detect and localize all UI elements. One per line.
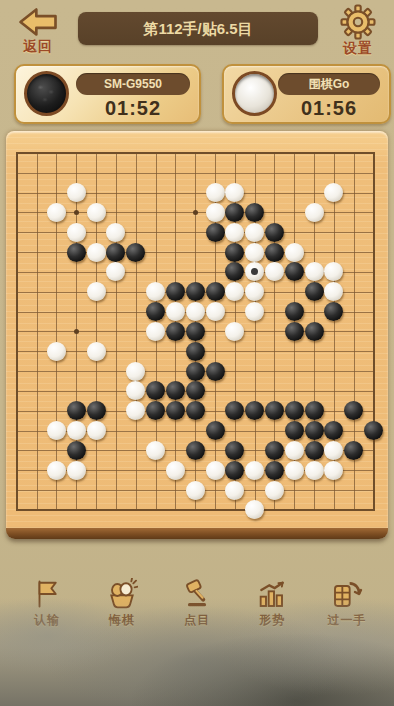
white-stone	[47, 203, 66, 222]
black-stone	[186, 381, 205, 400]
black-stone	[364, 421, 383, 440]
white-stone	[67, 223, 86, 242]
toolbar-label: 认输	[34, 612, 60, 629]
stones-icon	[106, 574, 138, 610]
white-stone	[166, 302, 185, 321]
white-stone	[87, 342, 106, 361]
white-stone	[47, 461, 66, 480]
black-stone	[186, 322, 205, 341]
settings-button[interactable]: 设置	[330, 4, 386, 60]
white-stone	[285, 243, 304, 262]
bottom-toolbar: 认输悔棋点目形势过一手	[0, 574, 394, 634]
white-stone	[225, 481, 244, 500]
white-stone	[87, 203, 106, 222]
white-stone	[87, 282, 106, 301]
black-stone	[225, 461, 244, 480]
board-front-edge	[6, 528, 388, 539]
black-stone	[305, 441, 324, 460]
black-player-name: SM-G9550	[76, 73, 190, 95]
black-stone	[206, 282, 225, 301]
black-stone	[265, 441, 284, 460]
white-stone	[206, 183, 225, 202]
white-stone	[67, 461, 86, 480]
black-stone	[265, 223, 284, 242]
black-stone	[285, 302, 304, 321]
toolbar-label: 过一手	[328, 612, 367, 629]
white-stone	[225, 223, 244, 242]
white-stone	[87, 243, 106, 262]
black-stone	[186, 362, 205, 381]
move-info-title: 第112手/贴6.5目	[78, 12, 318, 45]
black-stone	[166, 401, 185, 420]
white-stone	[166, 461, 185, 480]
player-panel-white: 围棋Go 01:56	[222, 64, 391, 124]
white-stone	[87, 421, 106, 440]
flag-icon	[32, 574, 62, 610]
bowl-pebbles	[239, 78, 270, 109]
white-stone	[245, 461, 264, 480]
black-stone	[67, 401, 86, 420]
black-stone	[265, 461, 284, 480]
toolbar-label: 点目	[184, 612, 210, 629]
white-stone	[245, 223, 264, 242]
chart-icon	[256, 574, 288, 610]
star-point	[74, 210, 79, 215]
white-stone	[67, 183, 86, 202]
black-stone	[67, 441, 86, 460]
white-stone	[265, 481, 284, 500]
white-stone	[186, 481, 205, 500]
white-stone	[245, 243, 264, 262]
player-panel-black: SM-G9550 01:52	[14, 64, 201, 124]
black-stone	[305, 401, 324, 420]
black-stone	[186, 342, 205, 361]
black-stone	[245, 203, 264, 222]
bowl-pebbles	[31, 78, 62, 109]
white-stone	[245, 500, 264, 519]
black-stone	[186, 441, 205, 460]
toolbar-button-3[interactable]: 点目	[164, 574, 230, 634]
black-stone	[285, 401, 304, 420]
white-stone	[206, 302, 225, 321]
black-stone	[206, 421, 225, 440]
toolbar-label: 形势	[259, 612, 285, 629]
black-stone	[166, 282, 185, 301]
toolbar-label: 悔棋	[109, 612, 135, 629]
white-player-clock: 01:56	[278, 95, 380, 119]
back-arrow-icon	[18, 6, 58, 38]
black-stone	[305, 322, 324, 341]
black-stone	[206, 362, 225, 381]
white-stone	[305, 461, 324, 480]
toolbar-button-1[interactable]: 认输	[14, 574, 80, 634]
game-screen: 返回 第112手/贴6.5目 设置 S	[0, 0, 394, 706]
black-stone	[126, 243, 145, 262]
black-stone-bowl	[24, 71, 69, 116]
white-stone	[126, 362, 145, 381]
toolbar-button-4[interactable]: 形势	[239, 574, 305, 634]
back-button[interactable]: 返回	[12, 6, 64, 58]
back-label: 返回	[12, 38, 64, 56]
white-player-name: 围棋Go	[278, 73, 380, 95]
star-point	[193, 210, 198, 215]
black-stone	[285, 421, 304, 440]
white-stone	[305, 262, 324, 281]
white-stone	[186, 302, 205, 321]
black-player-clock: 01:52	[76, 95, 190, 119]
white-stone	[305, 203, 324, 222]
white-stone	[146, 322, 165, 341]
white-stone	[146, 441, 165, 460]
white-stone	[47, 421, 66, 440]
black-stone	[305, 282, 324, 301]
black-stone	[166, 322, 185, 341]
black-stone	[186, 282, 205, 301]
toolbar-button-2[interactable]: 悔棋	[89, 574, 155, 634]
star-point	[74, 329, 79, 334]
black-stone	[146, 302, 165, 321]
white-stone	[285, 461, 304, 480]
black-stone	[265, 243, 284, 262]
white-stone-bowl	[232, 71, 277, 116]
black-stone	[305, 421, 324, 440]
black-stone	[106, 243, 125, 262]
black-stone	[67, 243, 86, 262]
settings-label: 设置	[330, 40, 386, 58]
go-board[interactable]	[6, 131, 388, 530]
gear-icon	[340, 4, 376, 40]
black-stone	[87, 401, 106, 420]
white-stone	[47, 342, 66, 361]
black-stone	[186, 401, 205, 420]
gavel-icon	[182, 574, 212, 610]
black-stone	[206, 223, 225, 242]
white-stone	[206, 461, 225, 480]
black-stone	[285, 322, 304, 341]
pass-icon	[330, 574, 364, 610]
toolbar-button-5[interactable]: 过一手	[314, 574, 380, 634]
white-stone	[285, 441, 304, 460]
white-stone	[206, 203, 225, 222]
black-stone	[225, 243, 244, 262]
white-stone	[67, 421, 86, 440]
